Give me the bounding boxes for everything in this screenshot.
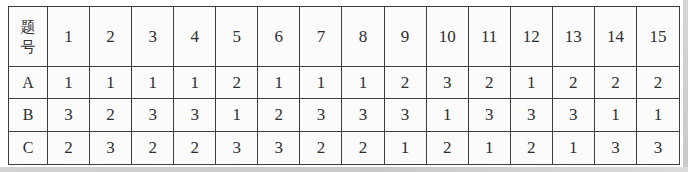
column-header-13: 13	[553, 7, 595, 67]
answer-cell-C-7: 2	[300, 132, 342, 164]
column-header-5: 5	[216, 7, 258, 67]
answer-cell-A-15: 2	[637, 67, 679, 99]
answer-cell-C-1: 2	[48, 132, 90, 164]
scan-edge-bottom	[0, 167, 688, 172]
answer-cell-A-11: 2	[469, 67, 511, 99]
answer-cell-A-5: 2	[216, 67, 258, 99]
answer-cell-C-14: 3	[595, 132, 637, 164]
answer-cell-B-3: 3	[132, 99, 174, 131]
answer-cell-C-3: 2	[132, 132, 174, 164]
column-header-3: 3	[132, 7, 174, 67]
answer-cell-B-11: 3	[469, 99, 511, 131]
column-header-15: 15	[637, 7, 679, 67]
answer-cell-C-2: 3	[90, 132, 132, 164]
column-header-10: 10	[427, 7, 469, 67]
column-header-2: 2	[90, 7, 132, 67]
row-label-B: B	[9, 99, 48, 131]
column-header-14: 14	[595, 7, 637, 67]
answer-cell-C-5: 3	[216, 132, 258, 164]
answer-cell-C-8: 2	[342, 132, 384, 164]
column-header-11: 11	[469, 7, 511, 67]
answer-cell-A-14: 2	[595, 67, 637, 99]
answer-cell-B-5: 1	[216, 99, 258, 131]
answer-cell-C-12: 2	[511, 132, 553, 164]
answer-cell-A-9: 2	[385, 67, 427, 99]
answer-score-table: 题 号123456789101112131415A111121112321222…	[8, 6, 680, 165]
answer-cell-C-4: 2	[174, 132, 216, 164]
column-header-1: 1	[48, 7, 90, 67]
column-header-7: 7	[300, 7, 342, 67]
answer-cell-A-8: 1	[342, 67, 384, 99]
answer-cell-B-1: 3	[48, 99, 90, 131]
page: 题 号123456789101112131415A111121112321222…	[0, 0, 688, 172]
answer-cell-C-11: 1	[469, 132, 511, 164]
scan-edge-right	[683, 0, 688, 172]
answer-cell-A-1: 1	[48, 67, 90, 99]
answer-cell-A-10: 3	[427, 67, 469, 99]
answer-cell-A-13: 2	[553, 67, 595, 99]
answer-cell-A-3: 1	[132, 67, 174, 99]
answer-cell-B-15: 1	[637, 99, 679, 131]
row-label-A: A	[9, 67, 48, 99]
answer-cell-B-12: 3	[511, 99, 553, 131]
answer-cell-B-10: 1	[427, 99, 469, 131]
answer-cell-C-15: 3	[637, 132, 679, 164]
answer-cell-B-8: 3	[342, 99, 384, 131]
column-header-9: 9	[385, 7, 427, 67]
answer-cell-B-2: 2	[90, 99, 132, 131]
column-header-4: 4	[174, 7, 216, 67]
answer-cell-A-12: 1	[511, 67, 553, 99]
answer-cell-C-13: 1	[553, 132, 595, 164]
column-header-8: 8	[342, 7, 384, 67]
column-header-6: 6	[258, 7, 300, 67]
answer-cell-C-6: 3	[258, 132, 300, 164]
answer-cell-B-14: 1	[595, 99, 637, 131]
answer-cell-B-7: 3	[300, 99, 342, 131]
answer-cell-B-9: 3	[385, 99, 427, 131]
answer-cell-A-2: 1	[90, 67, 132, 99]
answer-cell-B-6: 2	[258, 99, 300, 131]
column-header-12: 12	[511, 7, 553, 67]
answer-cell-C-9: 1	[385, 132, 427, 164]
answer-cell-A-7: 1	[300, 67, 342, 99]
question-number-header-cell: 题 号	[9, 7, 48, 67]
answer-cell-C-10: 2	[427, 132, 469, 164]
answer-cell-B-13: 3	[553, 99, 595, 131]
answer-cell-A-6: 1	[258, 67, 300, 99]
answer-cell-A-4: 1	[174, 67, 216, 99]
row-label-C: C	[9, 132, 48, 164]
answer-cell-B-4: 3	[174, 99, 216, 131]
